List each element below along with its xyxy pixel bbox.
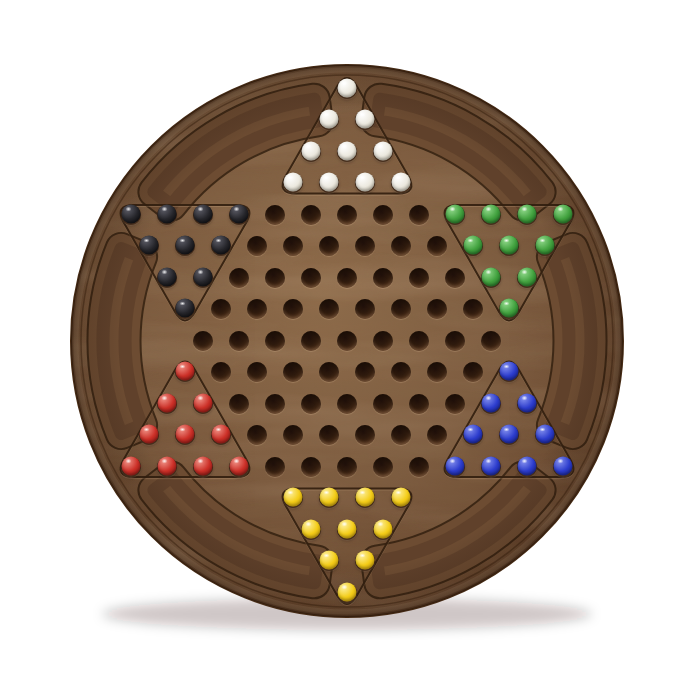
board-cell xyxy=(203,357,239,389)
board-hole[interactable] xyxy=(409,268,429,288)
board-hole[interactable] xyxy=(211,425,231,445)
board-cell xyxy=(473,325,509,357)
marble-blue[interactable] xyxy=(446,456,465,475)
product-photo-background xyxy=(0,0,700,700)
board-cell xyxy=(401,451,437,483)
board-cell xyxy=(347,546,383,578)
board-hole[interactable] xyxy=(265,268,285,288)
marble-white[interactable] xyxy=(302,141,321,160)
board-cell xyxy=(203,420,239,452)
board-hole[interactable] xyxy=(265,205,285,225)
marble-black[interactable] xyxy=(176,236,195,255)
board-cell xyxy=(383,483,419,515)
board-hole[interactable] xyxy=(535,425,555,445)
board-hole[interactable] xyxy=(319,299,339,319)
marble-yellow[interactable] xyxy=(302,519,321,538)
board-cell xyxy=(311,546,347,578)
board-cell xyxy=(275,420,311,452)
board-hole[interactable] xyxy=(427,299,447,319)
board-cell xyxy=(347,168,383,200)
board-hole[interactable] xyxy=(265,331,285,351)
board-hole[interactable] xyxy=(373,205,393,225)
board-cell xyxy=(311,420,347,452)
board-cell xyxy=(257,451,293,483)
board-cell xyxy=(491,357,527,389)
board-hole[interactable] xyxy=(229,205,249,225)
board-cell xyxy=(203,294,239,326)
marble-blue[interactable] xyxy=(464,425,483,444)
board-cell xyxy=(347,357,383,389)
board-cell xyxy=(455,420,491,452)
board-hole[interactable] xyxy=(427,362,447,382)
board-cell xyxy=(329,262,365,294)
board-hole[interactable] xyxy=(301,394,321,414)
board-cell xyxy=(149,262,185,294)
board-cell xyxy=(293,451,329,483)
board-cell xyxy=(473,451,509,483)
board-cell xyxy=(185,325,221,357)
board-hole[interactable] xyxy=(337,394,357,414)
board-hole[interactable] xyxy=(211,362,231,382)
board-cell xyxy=(401,262,437,294)
board-cell xyxy=(203,231,239,263)
board-cell xyxy=(509,451,545,483)
board-cell xyxy=(455,357,491,389)
board-cell xyxy=(383,168,419,200)
board-hole[interactable] xyxy=(409,394,429,414)
marble-yellow[interactable] xyxy=(338,519,357,538)
board-hole[interactable] xyxy=(409,205,429,225)
board-cell xyxy=(239,294,275,326)
board-cell xyxy=(383,231,419,263)
board-cell xyxy=(257,199,293,231)
board-cell xyxy=(275,168,311,200)
board-hole[interactable] xyxy=(373,457,393,477)
board-cell xyxy=(347,231,383,263)
board-hole[interactable] xyxy=(319,173,339,193)
marble-white[interactable] xyxy=(356,173,375,192)
board-hole[interactable] xyxy=(373,142,393,162)
board-cell xyxy=(329,388,365,420)
board-hole[interactable] xyxy=(535,236,555,256)
board-cell xyxy=(185,199,221,231)
board-hole[interactable] xyxy=(463,425,483,445)
marble-green[interactable] xyxy=(536,236,555,255)
board-hole[interactable] xyxy=(283,173,303,193)
board-cell xyxy=(311,105,347,137)
marble-black[interactable] xyxy=(140,236,159,255)
board-cell xyxy=(293,136,329,168)
board-hole[interactable] xyxy=(247,362,267,382)
marble-red[interactable] xyxy=(194,456,213,475)
marble-green[interactable] xyxy=(482,267,501,286)
board-cell xyxy=(257,325,293,357)
board-hole[interactable] xyxy=(373,394,393,414)
board-hole[interactable] xyxy=(517,205,537,225)
board-hole[interactable] xyxy=(319,362,339,382)
board-hole[interactable] xyxy=(499,425,519,445)
board-cell xyxy=(329,451,365,483)
board-cell xyxy=(221,199,257,231)
board-hole[interactable] xyxy=(193,268,213,288)
board-hole[interactable] xyxy=(355,110,375,130)
marble-blue[interactable] xyxy=(536,425,555,444)
marble-white[interactable] xyxy=(320,173,339,192)
board-hole[interactable] xyxy=(391,425,411,445)
marble-green[interactable] xyxy=(500,236,519,255)
marble-green[interactable] xyxy=(518,267,537,286)
board-cell xyxy=(185,262,221,294)
board-hole[interactable] xyxy=(445,205,465,225)
board-cell xyxy=(293,388,329,420)
board-hole[interactable] xyxy=(391,173,411,193)
board-cell xyxy=(491,231,527,263)
board-hole[interactable] xyxy=(373,520,393,540)
board-hole[interactable] xyxy=(301,520,321,540)
board-hole[interactable] xyxy=(337,79,357,99)
marble-yellow[interactable] xyxy=(338,582,357,601)
board-cell xyxy=(491,420,527,452)
board-hole[interactable] xyxy=(373,331,393,351)
board-cell xyxy=(329,199,365,231)
board-hole[interactable] xyxy=(409,457,429,477)
board-cell xyxy=(239,420,275,452)
marble-green[interactable] xyxy=(464,236,483,255)
board-cell xyxy=(293,262,329,294)
board-hole[interactable] xyxy=(283,236,303,256)
board-hole[interactable] xyxy=(193,205,213,225)
board-hole[interactable] xyxy=(445,331,465,351)
board-cell xyxy=(167,231,203,263)
board-cell xyxy=(509,262,545,294)
board-hole[interactable] xyxy=(445,457,465,477)
board-hole[interactable] xyxy=(301,205,321,225)
board-hole[interactable] xyxy=(157,457,177,477)
board-hole[interactable] xyxy=(247,425,267,445)
marble-black[interactable] xyxy=(230,204,249,223)
board-cell xyxy=(275,483,311,515)
board-cell xyxy=(293,199,329,231)
marble-white[interactable] xyxy=(338,78,357,97)
board-hole[interactable] xyxy=(481,394,501,414)
board-hole[interactable] xyxy=(481,205,501,225)
marble-white[interactable] xyxy=(320,110,339,129)
board-hole[interactable] xyxy=(301,457,321,477)
board-cell xyxy=(383,294,419,326)
marble-blue[interactable] xyxy=(500,425,519,444)
board-hole[interactable] xyxy=(265,394,285,414)
board-hole[interactable] xyxy=(499,236,519,256)
board-cell xyxy=(329,577,365,609)
board-hole[interactable] xyxy=(157,394,177,414)
board-cell xyxy=(455,231,491,263)
board-cell xyxy=(275,294,311,326)
board-cell xyxy=(167,420,203,452)
board-cell xyxy=(167,294,203,326)
board-hole[interactable] xyxy=(355,236,375,256)
board-cell xyxy=(329,514,365,546)
board-hole[interactable] xyxy=(355,299,375,319)
board-hole[interactable] xyxy=(355,488,375,508)
board-cell xyxy=(239,231,275,263)
board-cell xyxy=(365,262,401,294)
board-hole[interactable] xyxy=(265,457,285,477)
marble-blue[interactable] xyxy=(554,456,573,475)
board-cell xyxy=(419,420,455,452)
board-hole[interactable] xyxy=(283,299,303,319)
board-hole[interactable] xyxy=(481,331,501,351)
marble-red[interactable] xyxy=(158,456,177,475)
marble-red[interactable] xyxy=(158,393,177,412)
board-hole[interactable] xyxy=(283,488,303,508)
board-cell xyxy=(149,388,185,420)
marble-white[interactable] xyxy=(356,110,375,129)
marble-yellow[interactable] xyxy=(320,488,339,507)
board-cell xyxy=(437,388,473,420)
board-hole[interactable] xyxy=(319,236,339,256)
board-cell xyxy=(365,514,401,546)
board-hole[interactable] xyxy=(193,394,213,414)
board-hole[interactable] xyxy=(193,457,213,477)
marble-red[interactable] xyxy=(122,456,141,475)
board-cell xyxy=(491,294,527,326)
board-cell xyxy=(293,325,329,357)
board-cell xyxy=(473,388,509,420)
board-cell xyxy=(149,199,185,231)
board-cell xyxy=(131,231,167,263)
board-hole[interactable] xyxy=(283,362,303,382)
board-cell xyxy=(419,294,455,326)
board-cell xyxy=(275,357,311,389)
marble-red[interactable] xyxy=(140,425,159,444)
board-cell xyxy=(329,136,365,168)
board-hole[interactable] xyxy=(499,362,519,382)
board-hole[interactable] xyxy=(427,425,447,445)
board-cell xyxy=(419,231,455,263)
board-hole[interactable] xyxy=(211,236,231,256)
marble-red[interactable] xyxy=(194,393,213,412)
marble-yellow[interactable] xyxy=(356,488,375,507)
board-cell xyxy=(221,325,257,357)
board-cell xyxy=(365,388,401,420)
board-cell xyxy=(365,451,401,483)
marble-black[interactable] xyxy=(158,267,177,286)
marble-white[interactable] xyxy=(374,141,393,160)
board-hole[interactable] xyxy=(445,268,465,288)
board-cell xyxy=(437,199,473,231)
board-hole[interactable] xyxy=(355,551,375,571)
marble-yellow[interactable] xyxy=(392,488,411,507)
board-hole[interactable] xyxy=(355,425,375,445)
marble-red[interactable] xyxy=(176,362,195,381)
marble-black[interactable] xyxy=(194,204,213,223)
marble-blue[interactable] xyxy=(482,456,501,475)
board-hole[interactable] xyxy=(391,488,411,508)
board-hole[interactable] xyxy=(247,236,267,256)
board-hole[interactable] xyxy=(157,205,177,225)
marble-black[interactable] xyxy=(122,204,141,223)
board-hole[interactable] xyxy=(337,520,357,540)
board-cell xyxy=(257,388,293,420)
board-hole[interactable] xyxy=(229,331,249,351)
board-hole[interactable] xyxy=(301,268,321,288)
board-hole[interactable] xyxy=(553,205,573,225)
board-hole[interactable] xyxy=(319,425,339,445)
board-cell xyxy=(311,168,347,200)
marble-white[interactable] xyxy=(392,173,411,192)
marble-green[interactable] xyxy=(518,204,537,223)
board-hole[interactable] xyxy=(301,331,321,351)
board-hole[interactable] xyxy=(463,362,483,382)
board-cell xyxy=(311,357,347,389)
board-cell xyxy=(473,199,509,231)
board-cell xyxy=(293,514,329,546)
board-cell xyxy=(383,357,419,389)
marble-white[interactable] xyxy=(338,141,357,160)
board-cell xyxy=(545,199,581,231)
board-cell xyxy=(167,357,203,389)
board-cell xyxy=(329,325,365,357)
marble-green[interactable] xyxy=(554,204,573,223)
board-cell xyxy=(131,420,167,452)
board-hole[interactable] xyxy=(373,268,393,288)
board-hole[interactable] xyxy=(481,457,501,477)
marble-black[interactable] xyxy=(176,299,195,318)
board-cell xyxy=(221,451,257,483)
board-hole[interactable] xyxy=(175,425,195,445)
board-cell xyxy=(185,451,221,483)
board-cell xyxy=(257,262,293,294)
board-hole[interactable] xyxy=(355,362,375,382)
board-hole[interactable] xyxy=(121,457,141,477)
board-hole[interactable] xyxy=(553,457,573,477)
board-cell xyxy=(437,325,473,357)
board-hole[interactable] xyxy=(139,425,159,445)
board-hole[interactable] xyxy=(175,362,195,382)
board-hole[interactable] xyxy=(229,394,249,414)
board-hole[interactable] xyxy=(445,394,465,414)
board-cell xyxy=(527,231,563,263)
marble-black[interactable] xyxy=(212,236,231,255)
board-cell xyxy=(311,231,347,263)
board-hole[interactable] xyxy=(355,173,375,193)
marble-yellow[interactable] xyxy=(356,551,375,570)
board-hole[interactable] xyxy=(391,362,411,382)
marble-red[interactable] xyxy=(176,425,195,444)
board-cell xyxy=(383,420,419,452)
marble-white[interactable] xyxy=(284,173,303,192)
board-hole[interactable] xyxy=(337,331,357,351)
board-hole[interactable] xyxy=(427,236,447,256)
board-cell xyxy=(527,420,563,452)
marble-yellow[interactable] xyxy=(284,488,303,507)
marble-yellow[interactable] xyxy=(374,519,393,538)
board-hole[interactable] xyxy=(337,583,357,603)
board-cell xyxy=(419,357,455,389)
board-hole[interactable] xyxy=(463,299,483,319)
marble-green[interactable] xyxy=(446,204,465,223)
board-hole[interactable] xyxy=(517,394,537,414)
board-hole[interactable] xyxy=(175,299,195,319)
board-hole[interactable] xyxy=(337,142,357,162)
marble-red[interactable] xyxy=(230,456,249,475)
board-cell xyxy=(365,325,401,357)
board-hole[interactable] xyxy=(319,551,339,571)
board-cell xyxy=(113,199,149,231)
marble-yellow[interactable] xyxy=(320,551,339,570)
board-hole[interactable] xyxy=(139,236,159,256)
board-cell xyxy=(221,388,257,420)
board-cell xyxy=(455,294,491,326)
board-hole[interactable] xyxy=(157,268,177,288)
marble-black[interactable] xyxy=(158,204,177,223)
board-grid xyxy=(113,73,581,609)
board-cell xyxy=(221,262,257,294)
board-hole[interactable] xyxy=(175,236,195,256)
board-hole[interactable] xyxy=(517,457,537,477)
board-hole[interactable] xyxy=(391,236,411,256)
board-hole[interactable] xyxy=(211,299,231,319)
board-cell xyxy=(401,388,437,420)
board-cell xyxy=(275,231,311,263)
board-cell xyxy=(347,294,383,326)
board-cell xyxy=(311,294,347,326)
marble-black[interactable] xyxy=(194,267,213,286)
board-cell xyxy=(347,483,383,515)
board-hole[interactable] xyxy=(121,205,141,225)
marble-blue[interactable] xyxy=(482,393,501,412)
board-hole[interactable] xyxy=(337,205,357,225)
board-hole[interactable] xyxy=(193,331,213,351)
board-cell xyxy=(113,451,149,483)
board-hole[interactable] xyxy=(337,457,357,477)
marble-green[interactable] xyxy=(482,204,501,223)
board-cell xyxy=(545,451,581,483)
board-cell xyxy=(401,325,437,357)
marble-red[interactable] xyxy=(212,425,231,444)
board-cell xyxy=(347,420,383,452)
marble-blue[interactable] xyxy=(518,393,537,412)
board-hole[interactable] xyxy=(409,331,429,351)
marble-green[interactable] xyxy=(500,299,519,318)
board-hole[interactable] xyxy=(499,299,519,319)
marble-blue[interactable] xyxy=(500,362,519,381)
board-hole[interactable] xyxy=(319,110,339,130)
board-cell xyxy=(365,136,401,168)
board-cell xyxy=(365,199,401,231)
board-hole[interactable] xyxy=(229,457,249,477)
board-hole[interactable] xyxy=(319,488,339,508)
board-cell xyxy=(437,262,473,294)
board-cell xyxy=(437,451,473,483)
board-hole[interactable] xyxy=(283,425,303,445)
board-hole[interactable] xyxy=(229,268,249,288)
board-cell xyxy=(239,357,275,389)
board-cell xyxy=(329,73,365,105)
marble-blue[interactable] xyxy=(518,456,537,475)
board-cell xyxy=(311,483,347,515)
board-cell xyxy=(473,262,509,294)
board-hole[interactable] xyxy=(517,268,537,288)
board-cell xyxy=(185,388,221,420)
board-hole[interactable] xyxy=(337,268,357,288)
board-hole[interactable] xyxy=(247,299,267,319)
board-hole[interactable] xyxy=(463,236,483,256)
board-hole[interactable] xyxy=(391,299,411,319)
board-hole[interactable] xyxy=(481,268,501,288)
board-hole[interactable] xyxy=(301,142,321,162)
board-cell xyxy=(509,388,545,420)
